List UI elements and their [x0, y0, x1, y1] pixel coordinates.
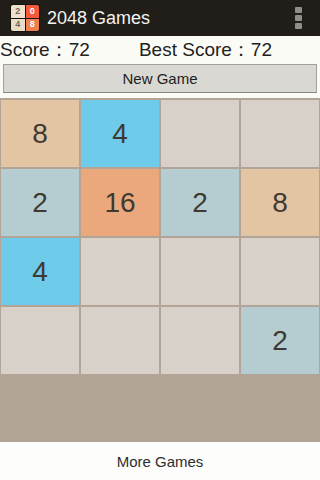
more-games-label: More Games	[117, 453, 204, 470]
more-games-button[interactable]: More Games	[0, 442, 320, 480]
tile-r0c0: 8	[1, 100, 79, 167]
tile-r2c0: 4	[1, 238, 79, 305]
logo-cell-4: 4	[11, 19, 25, 32]
game-board[interactable]: 8 4 2 16 2 8 4 2	[0, 98, 320, 442]
app-title: 2048 Games	[47, 8, 150, 29]
app-window: 2 0 4 8 2048 Games Score：72 Best Score：7…	[0, 0, 320, 480]
tile-r3c0	[1, 307, 79, 374]
tile-r0c2	[161, 100, 239, 167]
button-row: New Game	[0, 63, 320, 98]
tile-r3c2	[161, 307, 239, 374]
tile-r0c1: 4	[81, 100, 159, 167]
score-bar: Score：72 Best Score：72	[0, 36, 320, 63]
tile-r1c0: 2	[1, 169, 79, 236]
logo-cell-0: 0	[26, 5, 40, 18]
overflow-menu-icon[interactable]	[291, 1, 306, 35]
tile-r2c2	[161, 238, 239, 305]
tile-r1c1: 16	[81, 169, 159, 236]
tile-r1c2: 2	[161, 169, 239, 236]
top-bar: 2 0 4 8 2048 Games	[0, 0, 320, 36]
app-logo-2048-icon: 2 0 4 8	[10, 4, 40, 32]
tile-r3c3: 2	[241, 307, 319, 374]
logo-cell-8: 8	[26, 19, 40, 32]
tile-r1c3: 8	[241, 169, 319, 236]
score-label: Score：72	[0, 37, 90, 63]
best-score-label: Best Score：72	[139, 37, 272, 63]
tile-r2c1	[81, 238, 159, 305]
logo-cell-2: 2	[11, 5, 25, 18]
tile-r2c3	[241, 238, 319, 305]
new-game-button[interactable]: New Game	[3, 64, 317, 93]
tile-r3c1	[81, 307, 159, 374]
tile-r0c3	[241, 100, 319, 167]
